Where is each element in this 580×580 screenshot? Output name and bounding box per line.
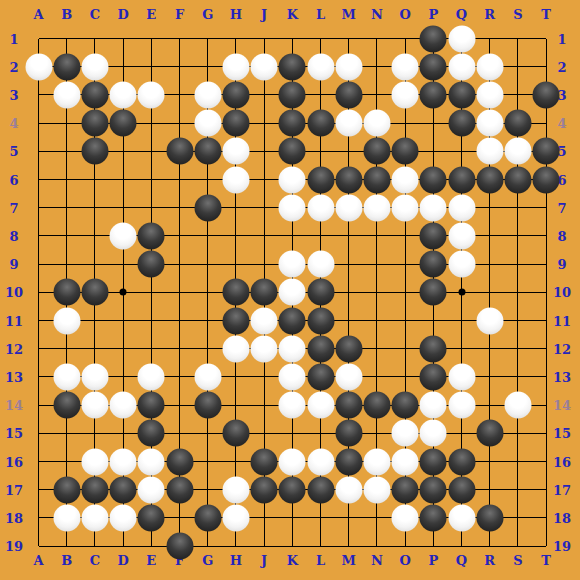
hoshi-point [458,289,465,296]
coordinate-label-bottom: H [230,554,242,567]
stone-black [335,166,362,193]
coordinate-label-right: 14 [553,399,571,412]
stone-white [335,110,362,137]
stone-white [476,53,503,80]
coordinate-label-top: A [33,8,43,21]
coordinate-label-left: 10 [5,286,23,299]
coordinate-label-right: 7 [557,201,566,214]
stone-white [110,392,137,419]
coordinate-label-top: F [175,8,184,21]
coordinate-label-bottom: T [541,554,551,567]
stone-black [138,504,165,531]
coordinate-label-bottom: C [90,554,100,567]
coordinate-label-left: 18 [5,511,23,524]
coordinate-label-top: D [117,8,128,21]
coordinate-label-bottom: E [146,554,156,567]
coordinate-label-left: 9 [9,258,18,271]
stone-white [279,335,306,362]
stone-white [420,392,447,419]
stone-black [138,420,165,447]
coordinate-label-right: 2 [557,60,566,73]
stone-black [392,476,419,503]
coordinate-label-bottom: J [261,554,267,567]
stone-white [448,222,475,249]
stone-white [476,307,503,334]
stone-white [392,448,419,475]
coordinate-label-left: 13 [5,370,23,383]
stone-white [81,448,108,475]
stone-black [222,420,249,447]
coordinate-label-left: 1 [9,32,18,45]
coordinate-label-bottom: O [399,554,410,567]
stone-black [279,81,306,108]
grid-line-horizontal [39,433,547,434]
coordinate-label-right: 10 [553,286,571,299]
stone-black [448,166,475,193]
stone-white [138,363,165,390]
stone-black [222,110,249,137]
stone-black [448,448,475,475]
stone-black [279,110,306,137]
coordinate-label-left: 16 [5,455,23,468]
coordinate-label-right: 17 [553,483,571,496]
stone-white [392,194,419,221]
stone-white [307,251,334,278]
stone-black [420,279,447,306]
stone-black [81,279,108,306]
stone-black [81,476,108,503]
stone-black [307,335,334,362]
coordinate-label-top: Q [456,8,467,21]
coordinate-label-top: T [541,8,551,21]
coordinate-label-bottom: R [484,554,495,567]
stone-white [420,194,447,221]
stone-white [279,448,306,475]
stone-white [448,251,475,278]
coordinate-label-left: 8 [9,229,18,242]
stone-black [392,392,419,419]
stone-white [448,53,475,80]
stone-black [307,110,334,137]
stone-white [504,392,531,419]
stone-white [448,363,475,390]
hoshi-point [120,289,127,296]
go-board[interactable]: AABBCCDDEEFFGGHHJJKKLLMMNNOOPPQQRRSSTT11… [0,0,580,580]
stone-black [166,533,193,560]
coordinate-label-right: 4 [557,117,566,130]
coordinate-label-top: S [513,8,522,21]
stone-black [448,81,475,108]
stone-black [166,138,193,165]
stone-black [307,476,334,503]
coordinate-label-left: 4 [9,117,18,130]
stone-black [138,392,165,419]
stone-white [138,81,165,108]
stone-white [222,476,249,503]
coordinate-label-right: 15 [553,427,571,440]
stone-white [110,222,137,249]
stone-black [307,307,334,334]
stone-white [53,81,80,108]
coordinate-label-left: 15 [5,427,23,440]
stone-white [222,53,249,80]
stone-black [81,81,108,108]
stone-white [363,448,390,475]
stone-white [476,110,503,137]
coordinate-label-top: P [428,8,438,21]
coordinate-label-bottom: S [513,554,522,567]
coordinate-label-bottom: D [117,554,128,567]
stone-black [222,81,249,108]
stone-white [194,363,221,390]
stone-white [25,53,52,80]
coordinate-label-top: H [230,8,242,21]
stone-white [363,476,390,503]
coordinate-label-top: R [484,8,495,21]
stone-white [448,25,475,52]
stone-black [420,222,447,249]
stone-white [279,251,306,278]
stone-white [53,307,80,334]
stone-black [53,476,80,503]
stone-black [392,138,419,165]
coordinate-label-left: 7 [9,201,18,214]
coordinate-label-top: J [261,8,267,21]
stone-white [504,138,531,165]
stone-white [222,138,249,165]
stone-white [363,110,390,137]
stone-white [476,81,503,108]
stone-black [194,504,221,531]
coordinate-label-top: M [341,8,355,21]
coordinate-label-bottom: M [341,554,355,567]
stone-black [194,194,221,221]
stone-black [307,363,334,390]
stone-black [307,166,334,193]
coordinate-label-left: 12 [5,342,23,355]
stone-black [420,335,447,362]
coordinate-label-bottom: G [202,554,213,567]
stone-black [251,448,278,475]
coordinate-label-right: 12 [553,342,571,355]
coordinate-label-left: 5 [9,145,18,158]
coordinate-label-left: 2 [9,60,18,73]
stone-black [222,307,249,334]
stone-black [81,110,108,137]
coordinate-label-top: K [287,8,298,21]
stone-black [194,138,221,165]
stone-black [53,53,80,80]
stone-white [448,392,475,419]
stone-black [504,166,531,193]
coordinate-label-bottom: K [287,554,298,567]
stone-black [138,222,165,249]
stone-white [110,448,137,475]
coordinate-label-right: 19 [553,540,571,553]
stone-black [420,166,447,193]
stone-white [307,53,334,80]
coordinate-label-top: L [316,8,325,21]
stone-black [335,392,362,419]
stone-white [476,138,503,165]
stone-white [81,53,108,80]
stone-black [279,307,306,334]
coordinate-label-right: 18 [553,511,571,524]
coordinate-label-left: 3 [9,88,18,101]
stone-white [81,504,108,531]
stone-black [166,476,193,503]
stone-black [251,476,278,503]
stone-white [222,335,249,362]
stone-black [448,110,475,137]
stone-white [222,166,249,193]
stone-white [279,166,306,193]
stone-white [279,363,306,390]
stone-black [533,166,560,193]
stone-black [335,448,362,475]
coordinate-label-bottom: Q [456,554,467,567]
stone-white [307,448,334,475]
stone-white [392,420,419,447]
stone-black [335,335,362,362]
coordinate-label-right: 16 [553,455,571,468]
stone-black [420,363,447,390]
stone-black [335,420,362,447]
stone-black [533,138,560,165]
stone-white [251,53,278,80]
stone-black [53,392,80,419]
stone-black [138,251,165,278]
grid-line-vertical [546,39,547,547]
stone-black [476,166,503,193]
stone-black [166,448,193,475]
stone-black [420,251,447,278]
stone-white [81,392,108,419]
stone-white [392,81,419,108]
stone-black [448,476,475,503]
stone-white [363,194,390,221]
coordinate-label-top: G [202,8,213,21]
stone-black [279,53,306,80]
stone-black [110,110,137,137]
stone-white [335,194,362,221]
stone-black [363,138,390,165]
coordinate-label-bottom: B [61,554,72,567]
coordinate-label-left: 14 [5,399,23,412]
coordinate-label-left: 11 [5,314,23,327]
stone-white [81,363,108,390]
stone-black [363,166,390,193]
stone-black [476,420,503,447]
stone-white [194,110,221,137]
stone-black [307,279,334,306]
stone-white [392,504,419,531]
stone-black [194,392,221,419]
stone-black [81,138,108,165]
coordinate-label-right: 11 [553,314,571,327]
stone-white [279,194,306,221]
stone-white [392,53,419,80]
stone-black [476,504,503,531]
coordinate-label-right: 1 [557,32,566,45]
grid-line-horizontal [39,546,547,547]
stone-white [53,504,80,531]
stone-white [307,194,334,221]
stone-white [110,81,137,108]
stone-white [307,392,334,419]
stone-white [138,476,165,503]
stone-white [279,279,306,306]
stone-white [335,476,362,503]
stone-black [53,279,80,306]
coordinate-label-bottom: A [33,554,43,567]
stone-white [335,53,362,80]
stone-black [363,392,390,419]
coordinate-label-left: 17 [5,483,23,496]
stone-white [279,392,306,419]
stone-black [110,476,137,503]
stone-white [448,194,475,221]
stone-white [194,81,221,108]
stone-black [420,504,447,531]
stone-white [392,166,419,193]
stone-white [110,504,137,531]
coordinate-label-bottom: L [316,554,325,567]
coordinate-label-top: E [146,8,156,21]
stone-white [53,363,80,390]
coordinate-label-right: 13 [553,370,571,383]
stone-black [420,25,447,52]
stone-white [420,420,447,447]
stone-white [251,335,278,362]
stone-black [420,476,447,503]
coordinate-label-top: N [371,8,383,21]
stone-black [335,81,362,108]
stone-black [533,81,560,108]
stone-black [420,81,447,108]
stone-white [335,363,362,390]
stone-black [251,279,278,306]
coordinate-label-top: O [399,8,410,21]
stone-black [504,110,531,137]
coordinate-label-right: 8 [557,229,566,242]
stone-white [138,448,165,475]
coordinate-label-top: B [61,8,72,21]
stone-white [222,504,249,531]
coordinate-label-bottom: N [371,554,383,567]
stone-black [279,476,306,503]
stone-black [420,53,447,80]
stone-black [222,279,249,306]
coordinate-label-top: C [90,8,100,21]
coordinate-label-left: 19 [5,540,23,553]
coordinate-label-bottom: P [428,554,438,567]
stone-white [448,504,475,531]
stone-white [251,307,278,334]
coordinate-label-left: 6 [9,173,18,186]
stone-black [279,138,306,165]
coordinate-label-right: 9 [557,258,566,271]
stone-black [420,448,447,475]
